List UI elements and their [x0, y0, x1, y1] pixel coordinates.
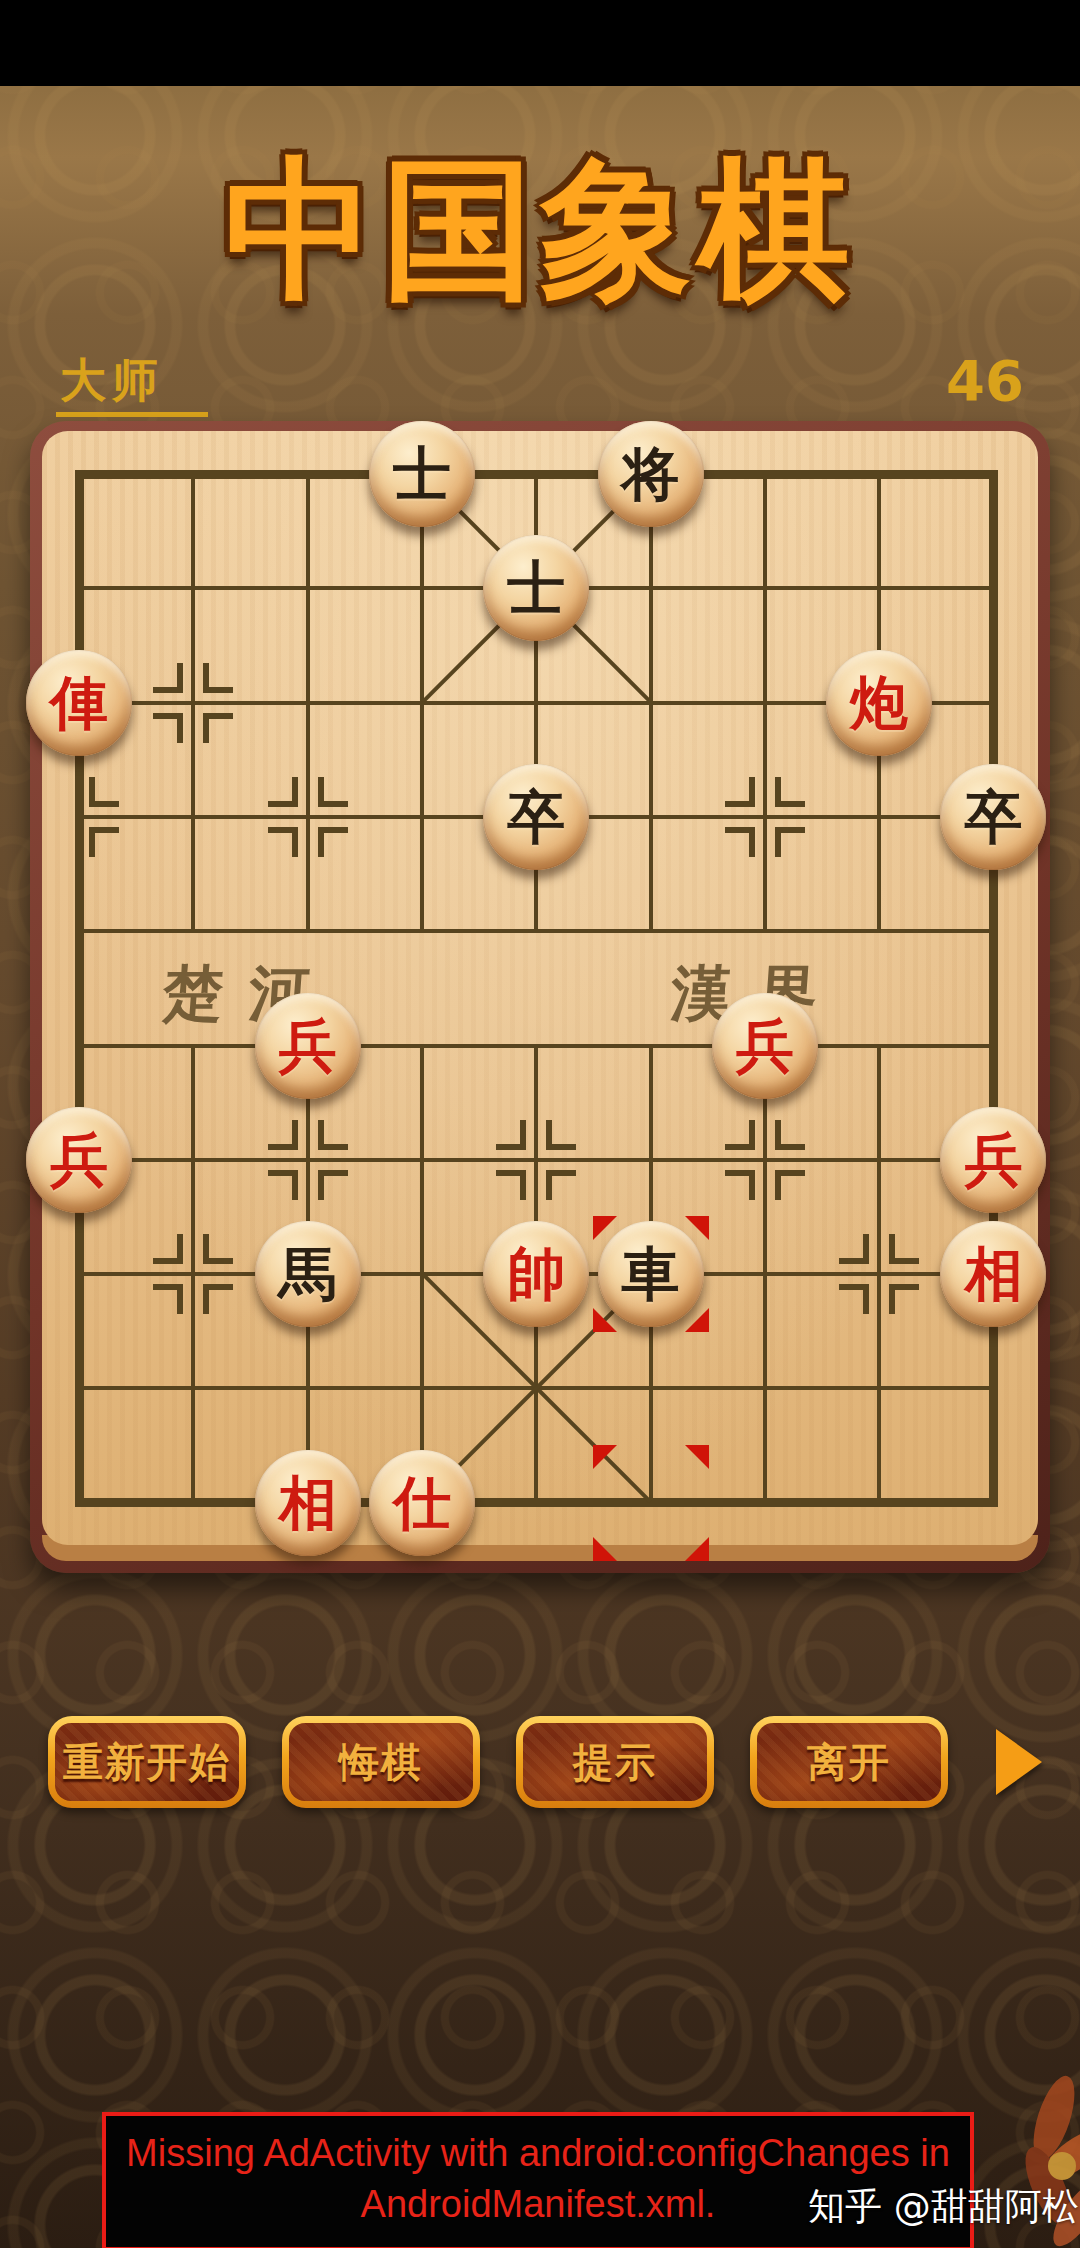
leave-button-label: 离开 [807, 1735, 891, 1790]
hint-button-label: 提示 [573, 1735, 657, 1790]
hint-button[interactable]: 提示 [516, 1716, 714, 1808]
last-move-marker [593, 1445, 709, 1561]
undo-button-face: 悔棋 [289, 1723, 473, 1801]
difficulty-level-underline [56, 412, 208, 417]
difficulty-level-label: 大师 [60, 350, 164, 412]
undo-button[interactable]: 悔棋 [282, 1716, 480, 1808]
toolbar: 重新开始悔棋提示离开 [48, 1716, 1048, 1808]
restart-button[interactable]: 重新开始 [48, 1716, 246, 1808]
watermark: 知乎 @甜甜阿松 [808, 2182, 1079, 2232]
hint-button-face: 提示 [523, 1723, 707, 1801]
next-arrow-icon[interactable] [996, 1729, 1042, 1795]
last-move-marker [593, 1216, 709, 1332]
ad-error-line1: Missing AdActivity with android:configCh… [112, 2128, 964, 2179]
leave-button[interactable]: 离开 [750, 1716, 948, 1808]
app-title: 中国象棋 [0, 150, 1080, 310]
score-value: 46 [946, 348, 1024, 413]
restart-button-label: 重新开始 [63, 1735, 231, 1790]
app-screen: 中国象棋 大师 46 楚河 漢界 士将士俥炮卒卒兵兵兵兵馬帥車相相仕 重新开始悔… [0, 0, 1080, 2248]
status-bar [0, 0, 1080, 86]
last-move-markers-layer [79, 474, 994, 1503]
undo-button-label: 悔棋 [339, 1735, 423, 1790]
leave-button-face: 离开 [757, 1723, 941, 1801]
restart-button-face: 重新开始 [55, 1723, 239, 1801]
